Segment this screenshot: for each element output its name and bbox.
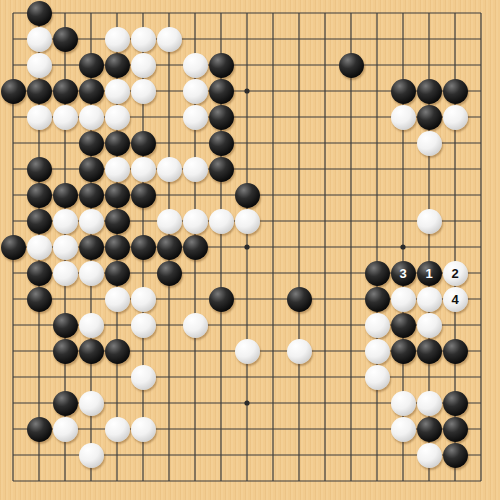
stone-black bbox=[339, 53, 364, 78]
stone-black bbox=[105, 339, 130, 364]
stone-black-move-1: 1 bbox=[417, 261, 442, 286]
stone-white bbox=[27, 27, 52, 52]
stone-white bbox=[131, 53, 156, 78]
stone-white bbox=[79, 261, 104, 286]
stone-black bbox=[27, 183, 52, 208]
stone-black bbox=[27, 157, 52, 182]
stone-white bbox=[53, 209, 78, 234]
stone-black bbox=[365, 287, 390, 312]
stone-white bbox=[131, 417, 156, 442]
stone-black bbox=[105, 183, 130, 208]
stone-black bbox=[443, 443, 468, 468]
stone-black bbox=[157, 235, 182, 260]
stone-black bbox=[53, 79, 78, 104]
stone-black bbox=[53, 391, 78, 416]
stone-black bbox=[391, 339, 416, 364]
stone-black bbox=[443, 79, 468, 104]
stone-black bbox=[391, 79, 416, 104]
stone-black bbox=[443, 339, 468, 364]
stone-black bbox=[1, 79, 26, 104]
stone-white bbox=[365, 339, 390, 364]
stone-black bbox=[79, 131, 104, 156]
stone-black bbox=[209, 53, 234, 78]
stone-black bbox=[105, 261, 130, 286]
stone-white bbox=[287, 339, 312, 364]
stone-white bbox=[79, 105, 104, 130]
stone-black bbox=[209, 105, 234, 130]
stone-white bbox=[417, 131, 442, 156]
stone-black bbox=[391, 313, 416, 338]
stone-black bbox=[131, 131, 156, 156]
stone-black bbox=[27, 209, 52, 234]
stone-white bbox=[365, 365, 390, 390]
stone-black bbox=[131, 235, 156, 260]
stone-white bbox=[131, 287, 156, 312]
stone-white bbox=[105, 417, 130, 442]
stone-black bbox=[1, 235, 26, 260]
stone-white bbox=[105, 157, 130, 182]
stone-white bbox=[157, 27, 182, 52]
stone-white bbox=[391, 391, 416, 416]
stone-white bbox=[105, 105, 130, 130]
stone-black bbox=[27, 417, 52, 442]
stone-black bbox=[417, 105, 442, 130]
stone-black bbox=[287, 287, 312, 312]
stone-white bbox=[183, 105, 208, 130]
stone-white bbox=[183, 313, 208, 338]
stone-white bbox=[131, 313, 156, 338]
stone-white bbox=[27, 53, 52, 78]
stone-white bbox=[53, 235, 78, 260]
stone-white bbox=[131, 79, 156, 104]
stone-white bbox=[79, 391, 104, 416]
stone-white bbox=[79, 443, 104, 468]
stone-white bbox=[27, 235, 52, 260]
stone-black bbox=[157, 261, 182, 286]
stone-white bbox=[391, 417, 416, 442]
stone-black bbox=[27, 261, 52, 286]
stone-black bbox=[53, 313, 78, 338]
stone-white bbox=[391, 287, 416, 312]
stone-white bbox=[183, 79, 208, 104]
stone-black bbox=[417, 417, 442, 442]
stone-black bbox=[79, 53, 104, 78]
stone-white bbox=[105, 27, 130, 52]
stone-black bbox=[209, 131, 234, 156]
stone-black bbox=[443, 391, 468, 416]
stone-black bbox=[443, 417, 468, 442]
stone-white bbox=[157, 209, 182, 234]
stone-black bbox=[53, 339, 78, 364]
stone-white bbox=[27, 105, 52, 130]
goban[interactable]: 3124 bbox=[0, 0, 500, 500]
stone-black bbox=[209, 287, 234, 312]
stone-black bbox=[53, 183, 78, 208]
stone-white bbox=[131, 27, 156, 52]
stone-white bbox=[365, 313, 390, 338]
stone-black-move-3: 3 bbox=[391, 261, 416, 286]
stone-black bbox=[209, 79, 234, 104]
stone-black bbox=[105, 131, 130, 156]
stone-white bbox=[183, 53, 208, 78]
stone-white bbox=[417, 209, 442, 234]
stone-black bbox=[209, 157, 234, 182]
stone-black bbox=[53, 27, 78, 52]
stone-white bbox=[105, 79, 130, 104]
stone-black bbox=[105, 53, 130, 78]
stone-black bbox=[79, 183, 104, 208]
stone-black bbox=[105, 209, 130, 234]
stone-white bbox=[417, 287, 442, 312]
stone-white bbox=[131, 365, 156, 390]
stone-black bbox=[183, 235, 208, 260]
stone-white bbox=[183, 157, 208, 182]
stone-white bbox=[417, 391, 442, 416]
stone-black bbox=[235, 183, 260, 208]
stone-white bbox=[53, 417, 78, 442]
stone-black bbox=[27, 79, 52, 104]
stone-black bbox=[79, 235, 104, 260]
stone-black bbox=[79, 157, 104, 182]
stone-white bbox=[79, 313, 104, 338]
stone-black bbox=[417, 79, 442, 104]
stone-white bbox=[443, 105, 468, 130]
stone-white bbox=[209, 209, 234, 234]
stone-black bbox=[79, 339, 104, 364]
stone-white bbox=[79, 209, 104, 234]
stone-white bbox=[131, 157, 156, 182]
stone-white bbox=[157, 157, 182, 182]
stone-black bbox=[27, 1, 52, 26]
stone-white bbox=[53, 105, 78, 130]
stone-black bbox=[365, 261, 390, 286]
stone-white bbox=[417, 443, 442, 468]
stone-black bbox=[27, 287, 52, 312]
stone-black bbox=[105, 235, 130, 260]
stone-black bbox=[417, 339, 442, 364]
stone-white bbox=[105, 287, 130, 312]
stone-white bbox=[235, 209, 260, 234]
stone-white bbox=[235, 339, 260, 364]
stone-white bbox=[417, 313, 442, 338]
stone-white-move-4: 4 bbox=[443, 287, 468, 312]
stone-black bbox=[79, 79, 104, 104]
stone-black bbox=[131, 183, 156, 208]
stone-white bbox=[183, 209, 208, 234]
stone-white bbox=[53, 261, 78, 286]
stone-white-move-2: 2 bbox=[443, 261, 468, 286]
stone-white bbox=[391, 105, 416, 130]
